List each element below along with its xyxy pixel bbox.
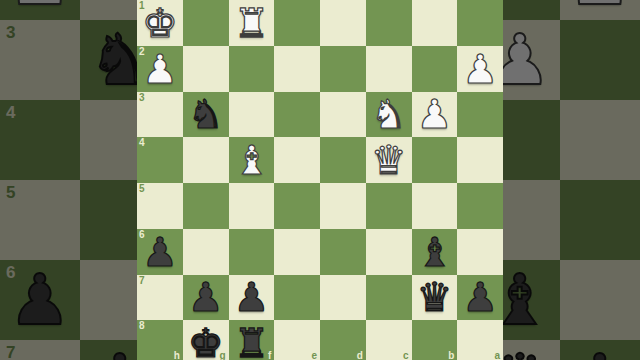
square-f6[interactable] <box>229 229 275 275</box>
square-a7[interactable]: ♟ <box>457 275 503 321</box>
piece-white-pawn-h2[interactable]: ♟ <box>142 49 178 89</box>
piece-black-pawn-a7[interactable]: ♟ <box>462 277 498 317</box>
square-a4[interactable] <box>457 137 503 183</box>
square-e4[interactable] <box>274 137 320 183</box>
square-d4[interactable] <box>320 137 366 183</box>
square-e2[interactable] <box>274 46 320 92</box>
piece-black-pawn-g7[interactable]: ♟ <box>188 277 224 317</box>
square-g3[interactable]: ♞ <box>183 92 229 138</box>
square-d6[interactable] <box>320 229 366 275</box>
file-label-f: f <box>268 351 271 360</box>
square-e7[interactable] <box>274 275 320 321</box>
rank-label-5: 5 <box>139 184 145 194</box>
square-c5[interactable] <box>366 183 412 229</box>
square-a3[interactable] <box>457 92 503 138</box>
square-b5[interactable] <box>412 183 458 229</box>
square-b2[interactable] <box>412 46 458 92</box>
piece-white-knight-c3[interactable]: ♞ <box>371 94 407 134</box>
square-c6[interactable] <box>366 229 412 275</box>
square-b4[interactable] <box>412 137 458 183</box>
square-f5[interactable] <box>229 183 275 229</box>
square-f2[interactable] <box>229 46 275 92</box>
square-f1[interactable]: ♜ <box>229 0 275 46</box>
file-label-h: h <box>174 351 180 360</box>
rank-label-1: 1 <box>139 1 145 11</box>
square-a8[interactable]: a <box>457 320 503 360</box>
square-d2[interactable] <box>320 46 366 92</box>
square-g7[interactable]: ♟ <box>183 275 229 321</box>
square-e6[interactable] <box>274 229 320 275</box>
rank-label-2: 2 <box>139 47 145 57</box>
square-b6[interactable]: ♝ <box>412 229 458 275</box>
square-b8[interactable]: b <box>412 320 458 360</box>
square-d5[interactable] <box>320 183 366 229</box>
square-c8[interactable]: c <box>366 320 412 360</box>
file-label-g: g <box>219 351 225 360</box>
square-h6[interactable]: 6♟ <box>137 229 183 275</box>
piece-white-pawn-b3[interactable]: ♟ <box>416 94 452 134</box>
square-e5[interactable] <box>274 183 320 229</box>
piece-black-pawn-h6[interactable]: ♟ <box>142 232 178 272</box>
piece-black-knight-g3[interactable]: ♞ <box>188 94 224 134</box>
square-d3[interactable] <box>320 92 366 138</box>
square-f4[interactable]: ♝ <box>229 137 275 183</box>
square-c4[interactable]: ♛ <box>366 137 412 183</box>
piece-black-pawn-f7[interactable]: ♟ <box>233 277 269 317</box>
rank-label-6: 6 <box>139 230 145 240</box>
square-h3[interactable]: 3 <box>137 92 183 138</box>
square-a1[interactable] <box>457 0 503 46</box>
rank-label-3: 3 <box>139 93 145 103</box>
square-e8[interactable]: e <box>274 320 320 360</box>
square-e1[interactable] <box>274 0 320 46</box>
square-b7[interactable]: ♛ <box>412 275 458 321</box>
square-g2[interactable] <box>183 46 229 92</box>
square-h4[interactable]: 4 <box>137 137 183 183</box>
square-g5[interactable] <box>183 183 229 229</box>
square-h1[interactable]: 1♚ <box>137 0 183 46</box>
square-a2[interactable]: ♟ <box>457 46 503 92</box>
square-a6[interactable] <box>457 229 503 275</box>
file-label-c: c <box>403 351 409 360</box>
piece-white-pawn-a2[interactable]: ♟ <box>462 49 498 89</box>
rank-label-7: 7 <box>139 276 145 286</box>
piece-black-rook-f8[interactable]: ♜ <box>233 323 269 360</box>
square-f3[interactable] <box>229 92 275 138</box>
square-a5[interactable] <box>457 183 503 229</box>
piece-black-king-g8[interactable]: ♚ <box>188 323 224 360</box>
square-g1[interactable] <box>183 0 229 46</box>
rank-label-4: 4 <box>139 138 145 148</box>
piece-white-king-h1[interactable]: ♚ <box>142 3 178 43</box>
square-f8[interactable]: f♜ <box>229 320 275 360</box>
square-b1[interactable] <box>412 0 458 46</box>
rank-label-8: 8 <box>139 321 145 331</box>
piece-white-rook-f1[interactable]: ♜ <box>233 3 269 43</box>
square-c3[interactable]: ♞ <box>366 92 412 138</box>
square-g8[interactable]: g♚ <box>183 320 229 360</box>
square-d1[interactable] <box>320 0 366 46</box>
file-label-d: d <box>357 351 363 360</box>
square-c2[interactable] <box>366 46 412 92</box>
square-h7[interactable]: 7 <box>137 275 183 321</box>
file-label-e: e <box>311 351 317 360</box>
file-label-a: a <box>494 351 500 360</box>
square-d8[interactable]: d <box>320 320 366 360</box>
square-e3[interactable] <box>274 92 320 138</box>
square-f7[interactable]: ♟ <box>229 275 275 321</box>
square-d7[interactable] <box>320 275 366 321</box>
piece-black-bishop-b6[interactable]: ♝ <box>416 232 452 272</box>
file-label-b: b <box>448 351 454 360</box>
square-c1[interactable] <box>366 0 412 46</box>
piece-white-bishop-f4[interactable]: ♝ <box>233 140 269 180</box>
chess-board: 1♚♜2♟♟3♞♞♟4♝♛56♟♝7♟♟♛♟8hg♚f♜edcba <box>137 0 503 360</box>
square-b3[interactable]: ♟ <box>412 92 458 138</box>
piece-black-queen-b7[interactable]: ♛ <box>416 277 452 317</box>
square-h2[interactable]: 2♟ <box>137 46 183 92</box>
square-c7[interactable] <box>366 275 412 321</box>
square-h5[interactable]: 5 <box>137 183 183 229</box>
square-g4[interactable] <box>183 137 229 183</box>
square-h8[interactable]: 8h <box>137 320 183 360</box>
piece-white-queen-c4[interactable]: ♛ <box>371 140 407 180</box>
square-g6[interactable] <box>183 229 229 275</box>
